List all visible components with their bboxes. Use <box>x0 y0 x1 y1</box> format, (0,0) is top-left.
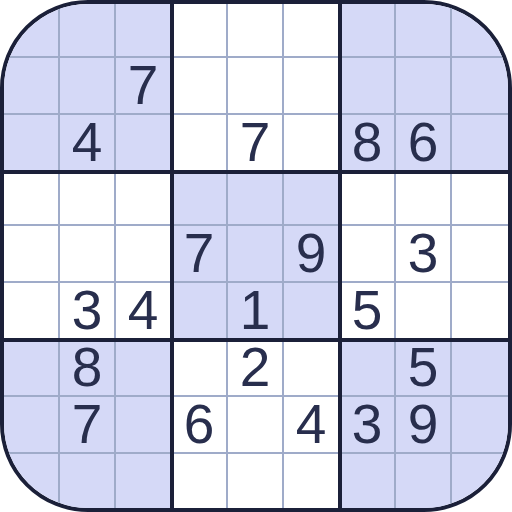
cell-r2c9[interactable] <box>452 58 508 115</box>
sudoku-board: 74786793341582576439 <box>4 4 508 508</box>
cell-r8c4[interactable]: 6 <box>172 397 228 454</box>
cell-r8c2[interactable]: 7 <box>60 397 116 454</box>
cell-r3c1[interactable] <box>4 115 60 172</box>
cell-r9c7[interactable] <box>340 454 396 508</box>
cell-r2c7[interactable] <box>340 58 396 115</box>
cell-r4c4[interactable] <box>172 172 228 226</box>
cell-r9c6[interactable] <box>284 454 340 508</box>
cell-r5c3[interactable] <box>116 226 172 283</box>
cell-r4c7[interactable] <box>340 172 396 226</box>
cell-r2c5[interactable] <box>228 58 284 115</box>
cell-r5c7[interactable] <box>340 226 396 283</box>
cell-r2c3[interactable]: 7 <box>116 58 172 115</box>
cell-r1c7[interactable] <box>340 4 396 58</box>
cell-r2c4[interactable] <box>172 58 228 115</box>
cell-r1c6[interactable] <box>284 4 340 58</box>
cell-r4c2[interactable] <box>60 172 116 226</box>
cell-r6c8[interactable] <box>396 283 452 340</box>
cell-r4c1[interactable] <box>4 172 60 226</box>
box-divider-vertical-right <box>338 4 342 508</box>
cell-r6c9[interactable] <box>452 283 508 340</box>
cell-r5c5[interactable] <box>228 226 284 283</box>
cell-r2c8[interactable] <box>396 58 452 115</box>
cell-r4c6[interactable] <box>284 172 340 226</box>
cell-r7c4[interactable] <box>172 340 228 397</box>
cell-r6c4[interactable] <box>172 283 228 340</box>
cell-r1c9[interactable] <box>452 4 508 58</box>
cell-r1c3[interactable] <box>116 4 172 58</box>
cell-r2c1[interactable] <box>4 58 60 115</box>
cell-r1c5[interactable] <box>228 4 284 58</box>
cell-r6c3[interactable]: 4 <box>116 283 172 340</box>
cell-r3c2[interactable]: 4 <box>60 115 116 172</box>
cell-r8c6[interactable]: 4 <box>284 397 340 454</box>
cell-r4c5[interactable] <box>228 172 284 226</box>
sudoku-app-icon: 74786793341582576439 <box>0 0 512 512</box>
cell-r8c9[interactable] <box>452 397 508 454</box>
cell-r6c6[interactable] <box>284 283 340 340</box>
cell-r2c2[interactable] <box>60 58 116 115</box>
cell-r7c3[interactable] <box>116 340 172 397</box>
box-divider-horizontal-bottom <box>4 338 508 342</box>
box-divider-vertical-left <box>170 4 174 508</box>
cell-r2c6[interactable] <box>284 58 340 115</box>
cell-r5c1[interactable] <box>4 226 60 283</box>
cell-r8c7[interactable]: 3 <box>340 397 396 454</box>
cell-r6c2[interactable]: 3 <box>60 283 116 340</box>
cell-r7c2[interactable]: 8 <box>60 340 116 397</box>
cell-r1c1[interactable] <box>4 4 60 58</box>
cell-r5c6[interactable]: 9 <box>284 226 340 283</box>
cell-r7c1[interactable] <box>4 340 60 397</box>
cell-r5c8[interactable]: 3 <box>396 226 452 283</box>
cell-r5c2[interactable] <box>60 226 116 283</box>
cell-r9c2[interactable] <box>60 454 116 508</box>
cell-r6c1[interactable] <box>4 283 60 340</box>
cell-r9c4[interactable] <box>172 454 228 508</box>
cell-r3c6[interactable] <box>284 115 340 172</box>
cell-r4c9[interactable] <box>452 172 508 226</box>
cell-r3c5[interactable]: 7 <box>228 115 284 172</box>
cell-r1c8[interactable] <box>396 4 452 58</box>
cell-r9c1[interactable] <box>4 454 60 508</box>
cell-r7c5[interactable]: 2 <box>228 340 284 397</box>
cell-r7c8[interactable]: 5 <box>396 340 452 397</box>
cell-r9c5[interactable] <box>228 454 284 508</box>
cell-r3c7[interactable]: 8 <box>340 115 396 172</box>
cell-r3c4[interactable] <box>172 115 228 172</box>
cell-r1c4[interactable] <box>172 4 228 58</box>
cell-r7c6[interactable] <box>284 340 340 397</box>
cell-r6c7[interactable]: 5 <box>340 283 396 340</box>
cell-r9c3[interactable] <box>116 454 172 508</box>
cell-r1c2[interactable] <box>60 4 116 58</box>
cell-r9c9[interactable] <box>452 454 508 508</box>
cell-r8c8[interactable]: 9 <box>396 397 452 454</box>
cell-r8c3[interactable] <box>116 397 172 454</box>
cell-r3c9[interactable] <box>452 115 508 172</box>
cell-r8c5[interactable] <box>228 397 284 454</box>
cell-r4c8[interactable] <box>396 172 452 226</box>
cell-r8c1[interactable] <box>4 397 60 454</box>
cell-r5c9[interactable] <box>452 226 508 283</box>
cell-r6c5[interactable]: 1 <box>228 283 284 340</box>
cell-r9c8[interactable] <box>396 454 452 508</box>
cell-r7c9[interactable] <box>452 340 508 397</box>
cell-r4c3[interactable] <box>116 172 172 226</box>
cell-r3c8[interactable]: 6 <box>396 115 452 172</box>
cell-r3c3[interactable] <box>116 115 172 172</box>
box-divider-horizontal-top <box>4 170 508 174</box>
cell-r5c4[interactable]: 7 <box>172 226 228 283</box>
cell-r7c7[interactable] <box>340 340 396 397</box>
